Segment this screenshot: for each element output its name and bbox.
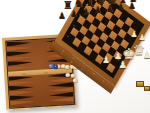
chess-piece-dark: ♟ [58, 12, 66, 21]
chess-pieces-layer: ♜♞♝♛♚♝♞♟♟♟♟♟♟♟♟♟♟♚♛♟♟♟ [0, 0, 150, 113]
chess-piece-light: ♟ [130, 31, 137, 39]
chess-piece-dark: ♟ [106, 5, 114, 14]
product-photo-chess-backgammon-set: a b c d e f g h 8 7 6 5 4 3 2 1 ♜♞♝♛♚♝♞♟… [0, 0, 150, 113]
chess-piece-dark: ♟ [70, 10, 78, 19]
brass-clasp [136, 81, 144, 87]
brass-clasp [144, 86, 150, 91]
chess-piece-dark: ♟ [117, 3, 125, 12]
chess-piece-light: ♟ [143, 51, 150, 60]
chess-piece-dark: ♟ [94, 6, 102, 15]
chess-piece-dark: ♟ [128, 2, 136, 11]
chess-piece-light: ♟ [138, 34, 145, 42]
chess-piece-light: ♟ [102, 56, 110, 65]
chess-piece-dark: ♟ [82, 8, 90, 17]
